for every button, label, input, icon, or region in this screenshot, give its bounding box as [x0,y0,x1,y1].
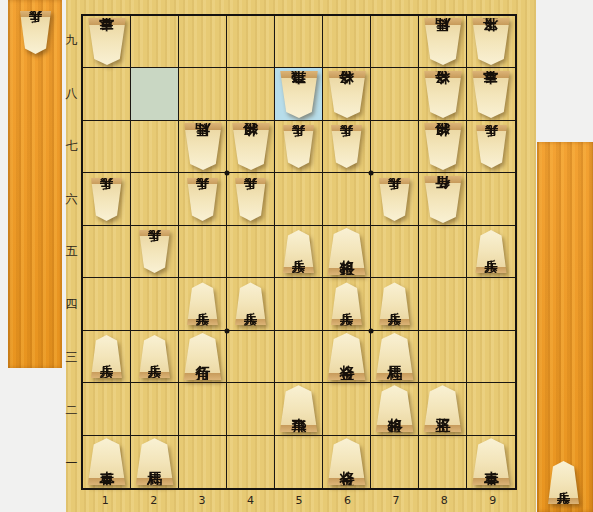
file-label: 5 [275,490,323,510]
shogi-piece[interactable]: 角行 [183,333,223,380]
shogi-piece[interactable]: 歩兵 [475,230,508,273]
shogi-piece[interactable]: 飛車 [279,71,319,118]
board-square[interactable]: 金将 [419,68,467,120]
piece-face: 金将 [423,71,463,118]
shogi-piece[interactable]: 角行 [423,176,463,223]
board-square[interactable] [83,383,131,435]
board-square[interactable]: 歩兵 [83,331,131,383]
board-square[interactable]: 香車 [467,436,515,488]
board-grid: 香車桂馬玉将飛車金将金将香車桂馬銀将歩兵歩兵銀将歩兵歩兵歩兵歩兵歩兵角行歩兵歩兵… [81,14,517,490]
shogi-piece[interactable]: 歩兵 [90,335,123,378]
rank-label: 五 [62,226,81,279]
piece-face: 飛車 [279,385,319,432]
piece-face: 歩兵 [138,335,171,378]
shogi-piece[interactable]: 香車 [87,18,127,65]
board-square[interactable] [371,68,419,120]
board-square[interactable]: 歩兵 [227,278,275,330]
rank-label: 六 [62,173,81,226]
board-square[interactable] [179,383,227,435]
rank-label: 四 [62,278,81,331]
komadai-bottom-right[interactable]: 歩兵 [537,142,593,512]
shogi-piece[interactable]: 歩兵 [282,230,315,273]
board-square[interactable] [131,383,179,435]
rank-label: 九 [62,14,81,67]
shogi-piece[interactable]: 銀将 [327,228,367,275]
shogi-piece[interactable]: 香車 [87,438,127,485]
board-square[interactable] [179,436,227,488]
piece-face: 桂馬 [183,123,223,170]
piece-face: 歩兵 [186,178,219,221]
board-square[interactable] [419,226,467,278]
piece-face: 桂馬 [423,18,463,65]
file-label: 9 [469,490,517,510]
rank-label: 三 [62,331,81,384]
board-square[interactable] [275,278,323,330]
board-square[interactable]: 歩兵 [131,226,179,278]
shogi-piece[interactable]: 桂馬 [375,333,415,380]
piece-face: 金将 [327,71,367,118]
piece-face: 歩兵 [330,125,363,168]
piece-face: 金将 [327,438,367,485]
board-square[interactable]: 香車 [83,436,131,488]
board-square[interactable] [419,436,467,488]
piece-face: 歩兵 [19,11,52,54]
board-square-last-move-from[interactable] [131,68,179,120]
file-label: 2 [129,490,177,510]
piece-face: 歩兵 [186,282,219,325]
shogi-piece[interactable]: 歩兵 [138,230,171,273]
rank-label: 七 [62,120,81,173]
rank-label: 八 [62,67,81,120]
shogi-piece[interactable]: 銀将 [375,385,415,432]
piece-face: 飛車 [279,71,319,118]
board-square[interactable] [275,331,323,383]
board-square[interactable] [419,331,467,383]
piece-face: 香車 [87,18,127,65]
board-square[interactable]: 金将 [323,436,371,488]
piece-face: 銀将 [231,123,271,170]
board-square[interactable] [467,173,515,225]
star-point [368,171,373,176]
board-square[interactable] [179,16,227,68]
board-square[interactable]: 銀将 [419,121,467,173]
board-square[interactable]: 桂馬 [131,436,179,488]
board-square[interactable] [131,121,179,173]
board-square[interactable]: 飛車 [275,383,323,435]
board-square[interactable] [419,278,467,330]
shogi-piece[interactable]: 歩兵 [282,125,315,168]
piece-face: 歩兵 [475,230,508,273]
shogi-piece[interactable]: 歩兵 [330,125,363,168]
file-label: 8 [420,490,468,510]
piece-face: 角行 [423,176,463,223]
shogi-piece[interactable]: 桂馬 [423,18,463,65]
shogi-piece[interactable]: 王将 [423,385,463,432]
board-square[interactable]: 歩兵 [323,278,371,330]
piece-face: 角行 [183,333,223,380]
shogi-piece[interactable]: 歩兵 [330,282,363,325]
piece-face: 歩兵 [234,282,267,325]
board-square[interactable] [467,331,515,383]
piece-face: 銀将 [423,123,463,170]
shogi-piece[interactable]: 銀将 [231,123,271,170]
board-square[interactable]: 歩兵 [467,226,515,278]
piece-face: 歩兵 [330,282,363,325]
board-square[interactable] [275,173,323,225]
board-square[interactable] [83,226,131,278]
board-square[interactable]: 桂馬 [419,16,467,68]
shogi-piece[interactable]: 金将 [327,71,367,118]
board-square[interactable]: 歩兵 [179,278,227,330]
board-square[interactable] [371,16,419,68]
board-square[interactable]: 歩兵 [467,121,515,173]
piece-face: 歩兵 [475,125,508,168]
shogi-piece[interactable]: 歩兵 [378,178,411,221]
board-square[interactable]: 歩兵 [83,173,131,225]
board-square[interactable] [323,16,371,68]
board-square[interactable]: 金将 [323,68,371,120]
file-label: 1 [81,490,129,510]
rank-label: 二 [62,384,81,437]
board-square[interactable] [227,68,275,120]
shogi-piece[interactable]: 玉将 [471,18,511,65]
shogi-piece[interactable]: 歩兵 [234,178,267,221]
board-square[interactable]: 桂馬 [179,121,227,173]
piece-face: 歩兵 [378,178,411,221]
piece-face: 歩兵 [378,282,411,325]
board-square[interactable] [275,16,323,68]
rank-labels: 九八七六五四三二一 [62,14,81,490]
piece-face: 銀将 [375,385,415,432]
board-square[interactable]: 歩兵 [371,173,419,225]
piece-face: 歩兵 [90,178,123,221]
piece-face: 歩兵 [547,461,580,504]
board-square[interactable] [227,331,275,383]
board-square[interactable]: 歩兵 [227,173,275,225]
piece-face: 歩兵 [234,178,267,221]
file-label: 3 [178,490,226,510]
board-square[interactable] [227,226,275,278]
piece-face: 銀将 [327,228,367,275]
star-point [224,328,229,333]
shogi-piece[interactable]: 飛車 [279,385,319,432]
board-square[interactable] [83,68,131,120]
board-square[interactable]: 王将 [419,383,467,435]
file-label: 4 [226,490,274,510]
star-point [368,328,373,333]
shogi-app-window: 歩兵 歩兵 九八七六五四三二一 123456789 香車桂馬玉将飛車金将金将香車… [0,0,593,512]
piece-face: 歩兵 [138,230,171,273]
board-square[interactable]: 銀将 [371,383,419,435]
board-square[interactable]: 金将 [323,331,371,383]
shogi-piece[interactable]: 金将 [327,333,367,380]
komadai-top-left[interactable]: 歩兵 [8,0,62,368]
board-square[interactable]: 香車 [83,16,131,68]
shogi-piece[interactable]: 歩兵 [186,282,219,325]
board-square[interactable] [371,226,419,278]
board-square[interactable] [83,121,131,173]
board-square[interactable] [275,436,323,488]
board-square[interactable] [323,173,371,225]
file-labels: 123456789 [81,490,517,510]
shogi-piece[interactable]: 歩兵 [138,335,171,378]
board-square[interactable]: 桂馬 [371,331,419,383]
shogi-piece[interactable]: 歩兵 [475,125,508,168]
shogi-piece[interactable]: 桂馬 [135,438,175,485]
board-square-last-move-to[interactable]: 飛車 [275,68,323,120]
board-square[interactable] [467,278,515,330]
shogi-piece[interactable]: 香車 [471,438,511,485]
board-square[interactable] [371,436,419,488]
board-square[interactable]: 歩兵 [275,226,323,278]
board-square[interactable]: 玉将 [467,16,515,68]
board-square[interactable]: 香車 [467,68,515,120]
board-square[interactable] [227,383,275,435]
star-point [224,171,229,176]
file-label: 6 [323,490,371,510]
shogi-piece[interactable]: 歩兵 [547,461,580,504]
board-square[interactable]: 歩兵 [371,278,419,330]
shogi-piece[interactable]: 歩兵 [90,178,123,221]
board-square[interactable] [467,383,515,435]
piece-face: 歩兵 [282,125,315,168]
shogi-piece[interactable]: 歩兵 [234,282,267,325]
board-square[interactable] [227,436,275,488]
piece-face: 香車 [471,438,511,485]
board-square[interactable]: 銀将 [227,121,275,173]
board-square[interactable] [83,278,131,330]
board-square[interactable] [371,121,419,173]
piece-face: 歩兵 [90,335,123,378]
board-square[interactable]: 歩兵 [323,121,371,173]
shogi-piece[interactable]: 金将 [423,71,463,118]
file-label: 7 [372,490,420,510]
shogi-piece[interactable]: 金将 [327,438,367,485]
board-square[interactable] [323,383,371,435]
piece-face: 金将 [327,333,367,380]
shogi-piece[interactable]: 桂馬 [183,123,223,170]
board-square[interactable]: 歩兵 [131,331,179,383]
board-square[interactable] [131,16,179,68]
piece-face: 桂馬 [135,438,175,485]
piece-face: 歩兵 [282,230,315,273]
board-square[interactable]: 角行 [179,331,227,383]
board-square[interactable]: 歩兵 [275,121,323,173]
piece-face: 桂馬 [375,333,415,380]
shogi-piece[interactable]: 銀将 [423,123,463,170]
board-square[interactable] [131,173,179,225]
board-square[interactable]: 歩兵 [179,173,227,225]
board-square[interactable] [179,226,227,278]
board-square[interactable] [179,68,227,120]
board-square[interactable] [227,16,275,68]
rank-label: 一 [62,437,81,490]
piece-face: 香車 [471,71,511,118]
shogi-piece[interactable]: 歩兵 [186,178,219,221]
piece-face: 王将 [423,385,463,432]
shogi-piece[interactable]: 歩兵 [19,11,52,54]
piece-face: 香車 [87,438,127,485]
shogi-piece[interactable]: 香車 [471,71,511,118]
board-square[interactable] [131,278,179,330]
shogi-piece[interactable]: 歩兵 [378,282,411,325]
board-square[interactable]: 角行 [419,173,467,225]
board-square[interactable]: 銀将 [323,226,371,278]
piece-face: 玉将 [471,18,511,65]
